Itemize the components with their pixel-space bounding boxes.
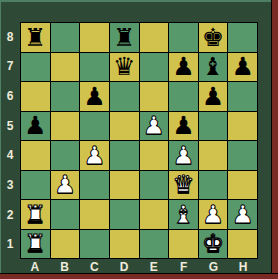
square-g7[interactable]: ♝ bbox=[199, 53, 228, 82]
white-king-g1[interactable]: ♚ bbox=[202, 231, 224, 256]
square-c5[interactable] bbox=[80, 112, 109, 141]
rank-label-5: 5 bbox=[0, 111, 20, 141]
square-f7[interactable]: ♟ bbox=[169, 53, 198, 82]
chess-board[interactable]: ♜♜♚♛♟♝♟♟♟♟♟♟♟♟♟♛♜♝♟♟♜♚ bbox=[20, 22, 258, 259]
white-bishop-f2[interactable]: ♝ bbox=[172, 202, 194, 227]
square-f2[interactable]: ♝ bbox=[169, 200, 198, 229]
square-a8[interactable]: ♜ bbox=[21, 23, 50, 52]
file-label-c: C bbox=[80, 259, 110, 274]
rank-label-4: 4 bbox=[0, 141, 20, 171]
frame-shadow-bottom bbox=[0, 273, 278, 279]
file-label-d: D bbox=[109, 259, 139, 274]
white-pawn-c4[interactable]: ♟ bbox=[83, 143, 105, 168]
square-d4[interactable] bbox=[110, 141, 139, 170]
frame-highlight-top bbox=[0, 0, 278, 2]
square-b5[interactable] bbox=[51, 112, 80, 141]
square-d1[interactable] bbox=[110, 230, 139, 259]
square-a3[interactable] bbox=[21, 171, 50, 200]
file-label-b: B bbox=[50, 259, 80, 274]
square-e3[interactable] bbox=[140, 171, 169, 200]
square-a2[interactable]: ♜ bbox=[21, 200, 50, 229]
square-f1[interactable] bbox=[169, 230, 198, 259]
rank-label-7: 7 bbox=[0, 52, 20, 82]
square-h4[interactable] bbox=[228, 141, 257, 170]
file-label-f: F bbox=[169, 259, 199, 274]
rank-label-1: 1 bbox=[0, 229, 20, 259]
square-g5[interactable] bbox=[199, 112, 228, 141]
square-e8[interactable] bbox=[140, 23, 169, 52]
square-b4[interactable] bbox=[51, 141, 80, 170]
square-c8[interactable] bbox=[80, 23, 109, 52]
file-label-e: E bbox=[139, 259, 169, 274]
square-e6[interactable] bbox=[140, 82, 169, 111]
white-pawn-h2[interactable]: ♟ bbox=[231, 202, 253, 227]
square-h3[interactable] bbox=[228, 171, 257, 200]
square-f5[interactable]: ♟ bbox=[169, 112, 198, 141]
square-b2[interactable] bbox=[51, 200, 80, 229]
chess-board-frame: 87654321 ♜♜♚♛♟♝♟♟♟♟♟♟♟♟♟♛♜♝♟♟♜♚ ABCDEFGH bbox=[0, 0, 278, 279]
square-h1[interactable] bbox=[228, 230, 257, 259]
black-queen-d7[interactable]: ♛ bbox=[113, 54, 135, 79]
square-c6[interactable]: ♟ bbox=[80, 82, 109, 111]
square-e7[interactable] bbox=[140, 53, 169, 82]
white-rook-a1[interactable]: ♜ bbox=[24, 231, 46, 256]
black-pawn-g6[interactable]: ♟ bbox=[202, 84, 224, 109]
square-c7[interactable] bbox=[80, 53, 109, 82]
square-f8[interactable] bbox=[169, 23, 198, 52]
white-pawn-b3[interactable]: ♟ bbox=[54, 172, 76, 197]
rank-label-8: 8 bbox=[0, 22, 20, 52]
white-pawn-g2[interactable]: ♟ bbox=[202, 202, 224, 227]
square-b6[interactable] bbox=[51, 82, 80, 111]
square-b7[interactable] bbox=[51, 53, 80, 82]
black-pawn-a5[interactable]: ♟ bbox=[24, 113, 46, 138]
square-g1[interactable]: ♚ bbox=[199, 230, 228, 259]
square-e1[interactable] bbox=[140, 230, 169, 259]
square-a4[interactable] bbox=[21, 141, 50, 170]
square-g3[interactable] bbox=[199, 171, 228, 200]
square-d7[interactable]: ♛ bbox=[110, 53, 139, 82]
black-pawn-h7[interactable]: ♟ bbox=[231, 54, 253, 79]
square-d3[interactable] bbox=[110, 171, 139, 200]
black-bishop-g7[interactable]: ♝ bbox=[202, 54, 224, 79]
rank-label-3: 3 bbox=[0, 170, 20, 200]
square-f6[interactable] bbox=[169, 82, 198, 111]
square-f3[interactable]: ♛ bbox=[169, 171, 198, 200]
square-c1[interactable] bbox=[80, 230, 109, 259]
square-a5[interactable]: ♟ bbox=[21, 112, 50, 141]
square-d6[interactable] bbox=[110, 82, 139, 111]
rank-label-6: 6 bbox=[0, 81, 20, 111]
square-d2[interactable] bbox=[110, 200, 139, 229]
black-pawn-f5[interactable]: ♟ bbox=[172, 113, 194, 138]
square-e4[interactable] bbox=[140, 141, 169, 170]
square-b3[interactable]: ♟ bbox=[51, 171, 80, 200]
rank-label-2: 2 bbox=[0, 200, 20, 230]
square-e2[interactable] bbox=[140, 200, 169, 229]
black-pawn-c6[interactable]: ♟ bbox=[83, 84, 105, 109]
square-g6[interactable]: ♟ bbox=[199, 82, 228, 111]
square-b8[interactable] bbox=[51, 23, 80, 52]
file-labels: ABCDEFGH bbox=[20, 259, 258, 274]
square-b1[interactable] bbox=[51, 230, 80, 259]
frame-shadow-right bbox=[271, 0, 278, 279]
black-rook-d8[interactable]: ♜ bbox=[113, 25, 135, 50]
white-pawn-f4[interactable]: ♟ bbox=[172, 143, 194, 168]
white-queen-f3[interactable]: ♛ bbox=[172, 172, 194, 197]
square-d5[interactable] bbox=[110, 112, 139, 141]
rank-labels: 87654321 bbox=[0, 22, 20, 259]
square-h7[interactable]: ♟ bbox=[228, 53, 257, 82]
square-g2[interactable]: ♟ bbox=[199, 200, 228, 229]
black-pawn-f7[interactable]: ♟ bbox=[172, 54, 194, 79]
white-pawn-e5[interactable]: ♟ bbox=[143, 113, 165, 138]
square-f4[interactable]: ♟ bbox=[169, 141, 198, 170]
black-rook-a8[interactable]: ♜ bbox=[24, 25, 46, 50]
square-h5[interactable] bbox=[228, 112, 257, 141]
square-e5[interactable]: ♟ bbox=[140, 112, 169, 141]
square-a6[interactable] bbox=[21, 82, 50, 111]
square-a7[interactable] bbox=[21, 53, 50, 82]
file-label-h: H bbox=[228, 259, 258, 274]
square-h6[interactable] bbox=[228, 82, 257, 111]
square-h2[interactable]: ♟ bbox=[228, 200, 257, 229]
file-label-g: G bbox=[199, 259, 229, 274]
square-c3[interactable] bbox=[80, 171, 109, 200]
white-rook-a2[interactable]: ♜ bbox=[24, 202, 46, 227]
square-a1[interactable]: ♜ bbox=[21, 230, 50, 259]
file-label-a: A bbox=[20, 259, 50, 274]
black-king-g8[interactable]: ♚ bbox=[202, 25, 224, 50]
square-g4[interactable] bbox=[199, 141, 228, 170]
square-h8[interactable] bbox=[228, 23, 257, 52]
square-c4[interactable]: ♟ bbox=[80, 141, 109, 170]
square-c2[interactable] bbox=[80, 200, 109, 229]
square-d8[interactable]: ♜ bbox=[110, 23, 139, 52]
square-g8[interactable]: ♚ bbox=[199, 23, 228, 52]
